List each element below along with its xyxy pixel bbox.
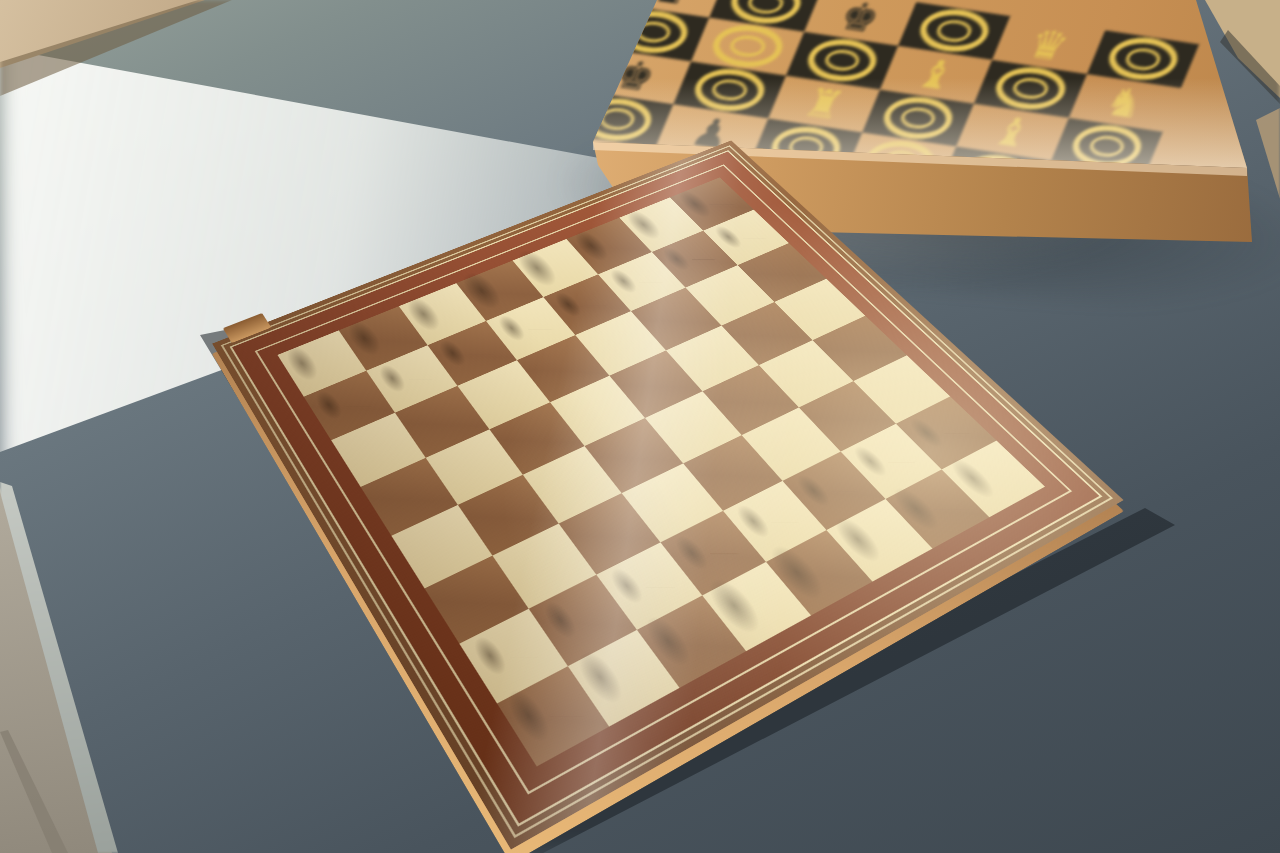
photo-scene: ♞♚♛♝♞♚♜♝♟♛ ♜♞♟♝♟♚♟♛♟♝♟♞♟♜♟♟♟♟♜♟♞♟♝♟♚♟♛♟♝… [0,0,1280,853]
white-rook[interactable]: ♜ [493,611,606,725]
